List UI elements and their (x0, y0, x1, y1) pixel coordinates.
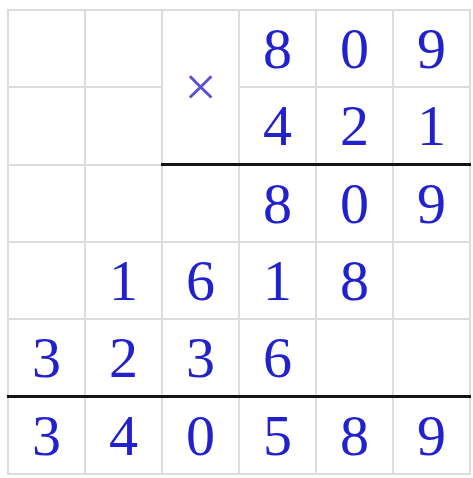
multiply-operator: × (162, 10, 239, 165)
cell-r2c2 (162, 165, 239, 243)
row-multiplier: 4 2 1 (8, 87, 470, 165)
cell-r1c1 (85, 87, 162, 165)
cell-r0c1 (85, 10, 162, 87)
cell-r2c1 (85, 165, 162, 243)
cell-r5c0: 3 (8, 397, 85, 475)
row-product: 3 4 0 5 8 9 (8, 397, 470, 475)
cell-r4c1: 2 (85, 319, 162, 397)
cell-r3c4: 8 (316, 242, 393, 319)
cell-r0c3: 8 (239, 10, 316, 87)
cell-r3c0 (8, 242, 85, 319)
cell-r5c3: 5 (239, 397, 316, 475)
cell-r2c4: 0 (316, 165, 393, 243)
cell-r2c5: 9 (393, 165, 470, 243)
cell-r2c0 (8, 165, 85, 243)
cell-r4c0: 3 (8, 319, 85, 397)
cell-r0c5: 9 (393, 10, 470, 87)
row-partial-product-1: 8 0 9 (8, 165, 470, 243)
cell-r2c3: 8 (239, 165, 316, 243)
cell-r1c3: 4 (239, 87, 316, 165)
cell-r3c5 (393, 242, 470, 319)
cell-r3c1: 1 (85, 242, 162, 319)
cell-r4c2: 3 (162, 319, 239, 397)
cell-r0c4: 0 (316, 10, 393, 87)
worksheet: × 8 0 9 4 2 1 8 0 9 1 6 1 8 (0, 0, 473, 475)
cell-r3c2: 6 (162, 242, 239, 319)
cell-r4c4 (316, 319, 393, 397)
row-partial-product-2: 1 6 1 8 (8, 242, 470, 319)
cell-r4c5 (393, 319, 470, 397)
cell-r5c4: 8 (316, 397, 393, 475)
cell-r3c3: 1 (239, 242, 316, 319)
row-partial-product-3: 3 2 3 6 (8, 319, 470, 397)
row-multiplicand: × 8 0 9 (8, 10, 470, 87)
cell-r1c4: 2 (316, 87, 393, 165)
cell-r0c0 (8, 10, 85, 87)
multiplication-grid: × 8 0 9 4 2 1 8 0 9 1 6 1 8 (7, 9, 471, 475)
cell-r5c2: 0 (162, 397, 239, 475)
cell-r5c5: 9 (393, 397, 470, 475)
cell-r5c1: 4 (85, 397, 162, 475)
cell-r1c5: 1 (393, 87, 470, 165)
cell-r1c0 (8, 87, 85, 165)
cell-r4c3: 6 (239, 319, 316, 397)
